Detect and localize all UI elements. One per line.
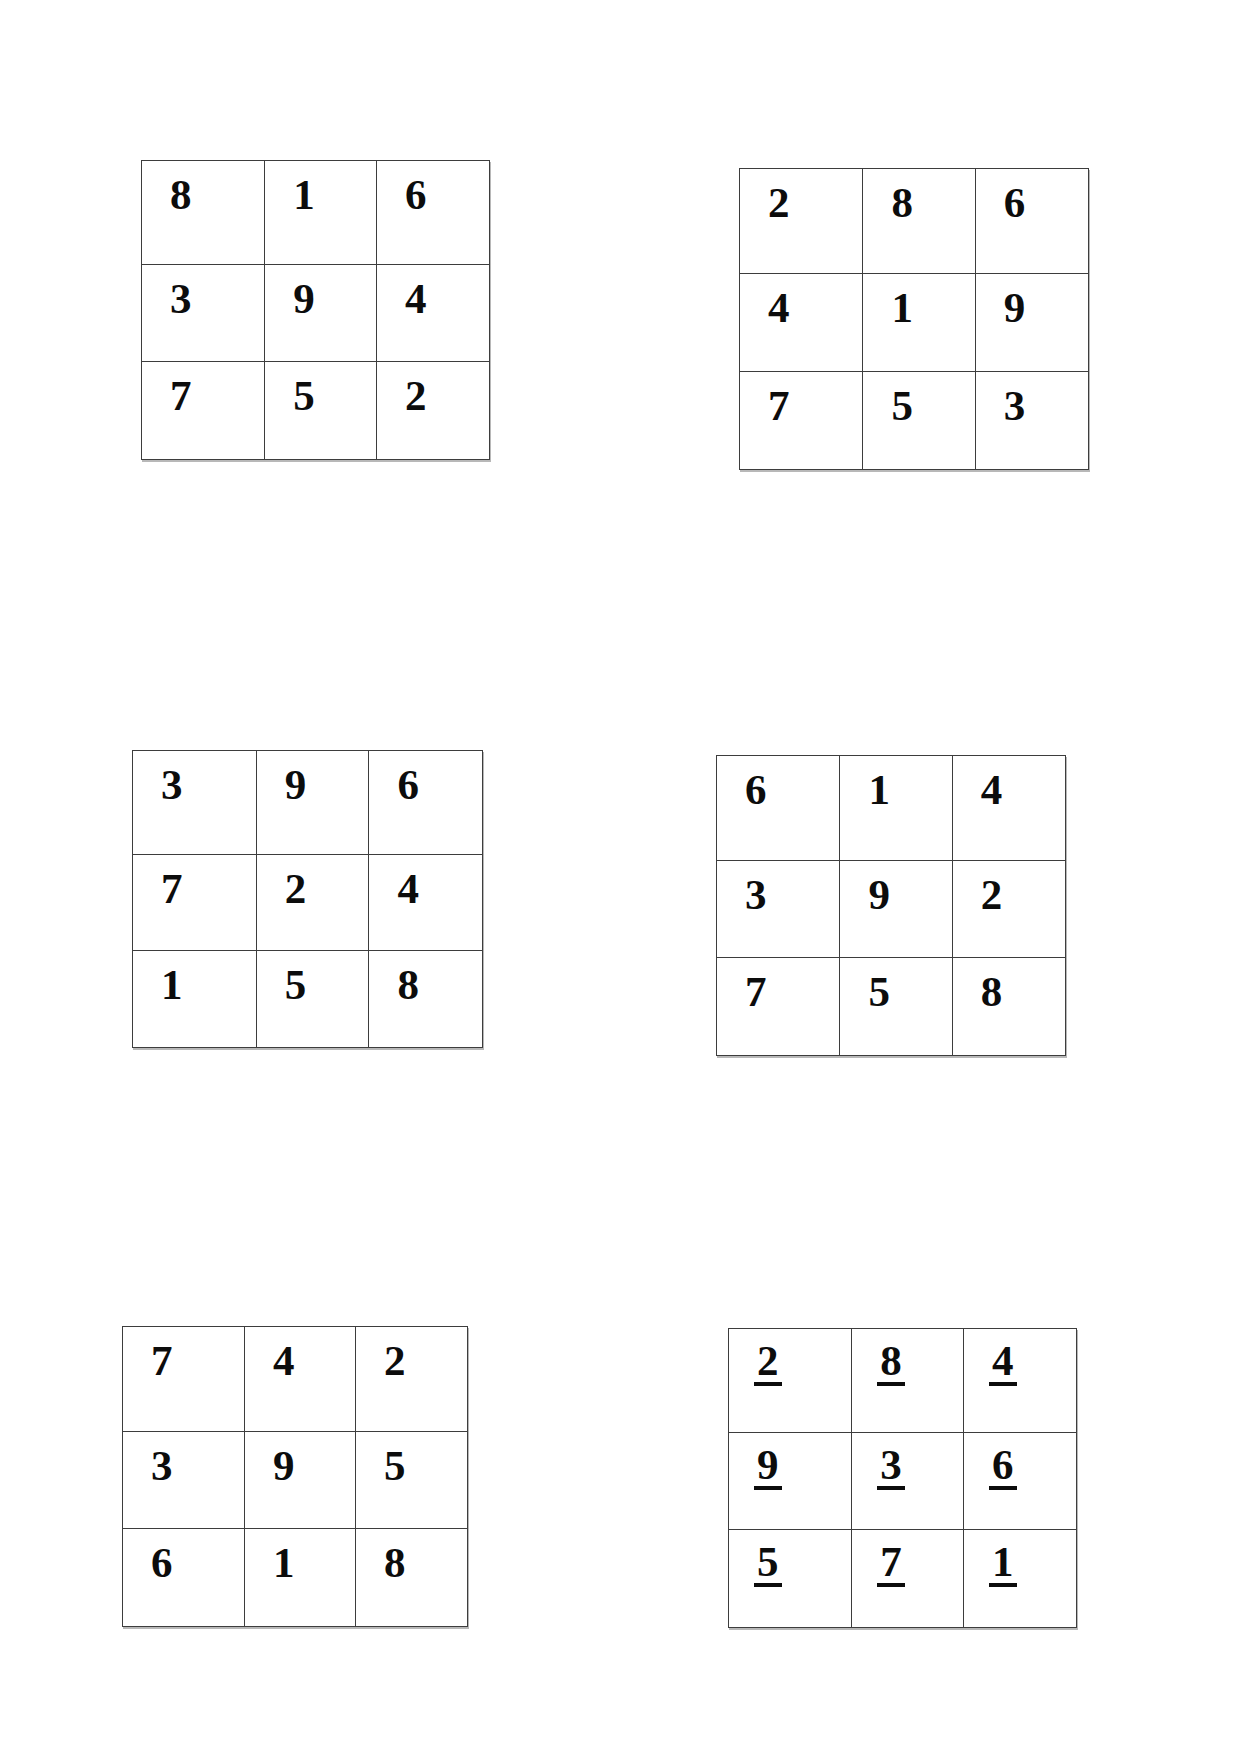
grid4-cell-r2c1: 3: [717, 861, 840, 958]
grid1-cell-r1c3: 6: [377, 161, 489, 265]
cell-number: 4: [273, 1337, 295, 1384]
grid3-cell-r3c1: 1: [133, 951, 257, 1047]
worksheet-page: 8 1 6 3 9 4 7 5 2 2 8 6 4 1 9 7 5 3 3 9 …: [0, 0, 1241, 1755]
grid3-cell-r2c2: 2: [257, 855, 370, 951]
grid6-cell-r1c2: 8: [852, 1329, 964, 1433]
grid1-cell-r3c3: 2: [377, 362, 489, 459]
cell-number: 8: [170, 171, 192, 218]
grid4-cell-r1c1: 6: [717, 756, 840, 861]
cell-number: 5: [285, 961, 307, 1008]
grid1-cell-r3c1: 7: [142, 362, 265, 459]
grid5-cell-r1c3: 2: [356, 1327, 467, 1432]
grid4-cell-r3c3: 8: [953, 958, 1065, 1055]
cell-number: 3: [1004, 382, 1026, 429]
grid4-cell-r2c3: 2: [953, 861, 1065, 958]
cell-number: 6: [397, 761, 419, 808]
cell-number: 5: [891, 382, 913, 429]
grid5-cell-r2c2: 9: [245, 1432, 356, 1529]
grid4-cell-r1c2: 1: [840, 756, 952, 861]
grid6-cell-r2c1: 9: [729, 1433, 852, 1530]
cell-number-underlined: 3: [877, 1445, 905, 1490]
number-grid-3: 3 9 6 7 2 4 1 5 8: [132, 750, 483, 1048]
cell-number-underlined: 7: [877, 1542, 905, 1587]
number-grid-2: 2 8 6 4 1 9 7 5 3: [739, 168, 1089, 470]
number-grid-4: 6 1 4 3 9 2 7 5 8: [716, 755, 1066, 1056]
grid5-cell-r3c1: 6: [123, 1529, 245, 1626]
cell-number: 7: [161, 865, 183, 912]
grid1-cell-r2c1: 3: [142, 265, 265, 362]
grid2-cell-r2c1: 4: [740, 274, 863, 371]
grid3-cell-r3c3: 8: [369, 951, 482, 1047]
cell-number: 9: [273, 1442, 295, 1489]
grid2-cell-r2c3: 9: [976, 274, 1088, 371]
grid1-cell-r1c2: 1: [265, 161, 377, 265]
cell-number: 4: [768, 284, 790, 331]
grid5-cell-r1c2: 4: [245, 1327, 356, 1432]
cell-number-underlined: 2: [754, 1341, 782, 1386]
cell-number: 2: [981, 871, 1003, 918]
cell-number: 2: [384, 1337, 406, 1384]
grid6-cell-r2c3: 6: [964, 1433, 1076, 1530]
grid2-cell-r1c1: 2: [740, 169, 863, 274]
grid1-cell-r2c3: 4: [377, 265, 489, 362]
grid6-cell-r2c2: 3: [852, 1433, 964, 1530]
grid6-cell-r1c1: 2: [729, 1329, 852, 1433]
grid1-cell-r1c1: 8: [142, 161, 265, 265]
cell-number: 1: [293, 171, 315, 218]
grid2-cell-r1c3: 6: [976, 169, 1088, 274]
grid3-cell-r2c1: 7: [133, 855, 257, 951]
cell-number: 3: [170, 275, 192, 322]
cell-number: 9: [293, 275, 315, 322]
grid2-cell-r3c1: 7: [740, 372, 863, 469]
cell-number: 8: [397, 961, 419, 1008]
cell-number: 1: [868, 766, 890, 813]
cell-number: 1: [161, 961, 183, 1008]
cell-number: 5: [293, 372, 315, 419]
cell-number: 7: [768, 382, 790, 429]
cell-number: 2: [405, 372, 427, 419]
grid5-cell-r3c2: 1: [245, 1529, 356, 1626]
cell-number: 6: [151, 1539, 173, 1586]
grid2-cell-r3c2: 5: [863, 372, 975, 469]
cell-number: 6: [1004, 179, 1026, 226]
grid4-cell-r3c1: 7: [717, 958, 840, 1055]
cell-number-underlined: 9: [754, 1445, 782, 1490]
cell-number: 8: [981, 968, 1003, 1015]
cell-number: 6: [745, 766, 767, 813]
cell-number: 1: [891, 284, 913, 331]
cell-number: 7: [745, 968, 767, 1015]
grid6-cell-r3c2: 7: [852, 1530, 964, 1627]
cell-number: 4: [397, 865, 419, 912]
grid5-cell-r2c3: 5: [356, 1432, 467, 1529]
cell-number: 2: [768, 179, 790, 226]
grid2-cell-r2c2: 1: [863, 274, 975, 371]
cell-number: 8: [384, 1539, 406, 1586]
grid1-cell-r2c2: 9: [265, 265, 377, 362]
grid5-cell-r1c1: 7: [123, 1327, 245, 1432]
cell-number: 4: [405, 275, 427, 322]
cell-number: 3: [161, 761, 183, 808]
grid3-cell-r1c3: 6: [369, 751, 482, 855]
cell-number: 7: [151, 1337, 173, 1384]
grid6-cell-r3c1: 5: [729, 1530, 852, 1627]
cell-number-underlined: 5: [754, 1542, 782, 1587]
cell-number: 3: [151, 1442, 173, 1489]
grid5-cell-r3c3: 8: [356, 1529, 467, 1626]
grid3-cell-r2c3: 4: [369, 855, 482, 951]
cell-number: 1: [273, 1539, 295, 1586]
grid2-cell-r3c3: 3: [976, 372, 1088, 469]
cell-number: 9: [1004, 284, 1026, 331]
cell-number: 8: [891, 179, 913, 226]
cell-number: 9: [285, 761, 307, 808]
cell-number-underlined: 6: [989, 1445, 1017, 1490]
grid6-cell-r1c3: 4: [964, 1329, 1076, 1433]
grid3-cell-r1c2: 9: [257, 751, 370, 855]
grid3-cell-r3c2: 5: [257, 951, 370, 1047]
grid4-cell-r2c2: 9: [840, 861, 952, 958]
cell-number: 3: [745, 871, 767, 918]
grid5-cell-r2c1: 3: [123, 1432, 245, 1529]
grid1-cell-r3c2: 5: [265, 362, 377, 459]
grid2-cell-r1c2: 8: [863, 169, 975, 274]
cell-number-underlined: 1: [989, 1542, 1017, 1587]
cell-number: 6: [405, 171, 427, 218]
number-grid-1: 8 1 6 3 9 4 7 5 2: [141, 160, 490, 460]
cell-number: 9: [868, 871, 890, 918]
grid6-cell-r3c3: 1: [964, 1530, 1076, 1627]
cell-number: 5: [384, 1442, 406, 1489]
cell-number: 7: [170, 372, 192, 419]
grid4-cell-r3c2: 5: [840, 958, 952, 1055]
number-grid-6-underlined: 2 8 4 9 3 6 5 7 1: [728, 1328, 1077, 1628]
cell-number: 5: [868, 968, 890, 1015]
grid4-cell-r1c3: 4: [953, 756, 1065, 861]
number-grid-5: 7 4 2 3 9 5 6 1 8: [122, 1326, 468, 1627]
cell-number-underlined: 4: [989, 1341, 1017, 1386]
cell-number-underlined: 8: [877, 1341, 905, 1386]
cell-number: 4: [981, 766, 1003, 813]
grid3-cell-r1c1: 3: [133, 751, 257, 855]
cell-number: 2: [285, 865, 307, 912]
